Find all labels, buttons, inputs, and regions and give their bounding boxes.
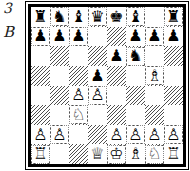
square-e2: ♙ [107,125,126,145]
square-f2: ♙ [126,125,145,145]
square-d2 [88,125,107,145]
piece-black-pawn: ♟ [32,28,49,45]
square-g7: ♟ [145,27,164,47]
square-g3 [145,105,164,125]
square-c8: ♝ [69,7,88,27]
square-e8: ♚ [107,7,126,27]
piece-white-pawn: ♙ [89,87,106,104]
square-f5 [126,66,145,86]
square-h3 [164,105,183,125]
piece-white-pawn: ♙ [127,126,144,143]
square-e1: ♔ [107,144,126,164]
square-b3 [50,105,69,125]
square-d1: ♕ [88,144,107,164]
square-h1: ♖ [164,144,183,164]
piece-black-bishop: ♝ [70,8,87,25]
piece-white-queen: ♕ [89,146,106,163]
square-c6 [69,46,88,66]
piece-black-pawn: ♟ [108,48,125,65]
square-a1: ♖ [31,144,50,164]
piece-black-pawn: ♟ [165,28,182,45]
piece-black-pawn: ♟ [89,67,106,84]
square-b8: ♞ [50,7,69,27]
square-d8: ♛ [88,7,107,27]
piece-black-knight: ♞ [51,8,68,25]
square-d3 [88,105,107,125]
piece-white-rook: ♖ [165,146,182,163]
piece-white-knight: ♘ [70,106,87,123]
square-c1 [69,144,88,164]
square-h6 [164,46,183,66]
square-a3 [31,105,50,125]
square-b5 [50,66,69,86]
square-b4 [50,86,69,106]
diagram-number-label: 3 [3,1,12,15]
square-a5 [31,66,50,86]
piece-black-rook: ♜ [32,8,49,25]
square-h8: ♜ [164,7,183,27]
square-f7: ♟ [126,27,145,47]
side-to-move-label: B [3,25,14,40]
square-d7 [88,27,107,47]
piece-black-queen: ♛ [89,8,106,25]
square-b2: ♙ [50,125,69,145]
piece-black-bishop: ♝ [127,8,144,25]
square-h4 [164,86,183,106]
piece-white-bishop: ♗ [127,146,144,163]
book-page: 3 B ♜♞♝♛♚♝♜♟♟♟♟♟♟♟♞♟♗♙♙♘♙♙♙♙♙♙♖♕♔♗♘♖ [0,0,190,171]
square-h2: ♙ [164,125,183,145]
square-a4 [31,86,50,106]
square-e5 [107,66,126,86]
chess-board-grid: ♜♞♝♛♚♝♜♟♟♟♟♟♟♟♞♟♗♙♙♘♙♙♙♙♙♙♖♕♔♗♘♖ [31,7,183,164]
chess-board: ♜♞♝♛♚♝♜♟♟♟♟♟♟♟♞♟♗♙♙♘♙♙♙♙♙♙♖♕♔♗♘♖ [28,4,186,167]
square-a2: ♙ [31,125,50,145]
square-f3 [126,105,145,125]
square-b7: ♟ [50,27,69,47]
piece-white-pawn: ♙ [70,87,87,104]
square-h7: ♟ [164,27,183,47]
square-b6 [50,46,69,66]
square-e3 [107,105,126,125]
piece-white-bishop: ♗ [146,67,163,84]
square-c4: ♙ [69,86,88,106]
square-f4 [126,86,145,106]
square-c5 [69,66,88,86]
square-g1: ♘ [145,144,164,164]
chess-board-frame: ♜♞♝♛♚♝♜♟♟♟♟♟♟♟♞♟♗♙♙♘♙♙♙♙♙♙♖♕♔♗♘♖ [25,1,189,170]
square-g2: ♙ [145,125,164,145]
square-d5: ♟ [88,66,107,86]
piece-white-king: ♔ [108,146,125,163]
piece-black-rook: ♜ [165,8,182,25]
square-d6 [88,46,107,66]
piece-black-pawn: ♟ [70,28,87,45]
square-h5 [164,66,183,86]
piece-black-pawn: ♟ [127,28,144,45]
piece-white-rook: ♖ [32,146,49,163]
piece-white-pawn: ♙ [32,126,49,143]
square-a6 [31,46,50,66]
square-f6: ♞ [126,46,145,66]
square-g4 [145,86,164,106]
square-b1 [50,144,69,164]
piece-white-pawn: ♙ [146,126,163,143]
square-f1: ♗ [126,144,145,164]
square-g6 [145,46,164,66]
square-g5: ♗ [145,66,164,86]
square-c7: ♟ [69,27,88,47]
square-e7 [107,27,126,47]
square-a7: ♟ [31,27,50,47]
piece-black-pawn: ♟ [51,28,68,45]
square-c2 [69,125,88,145]
square-a8: ♜ [31,7,50,27]
square-c3: ♘ [69,105,88,125]
square-e4 [107,86,126,106]
piece-white-pawn: ♙ [108,126,125,143]
piece-black-pawn: ♟ [146,28,163,45]
square-g8 [145,7,164,27]
square-e6: ♟ [107,46,126,66]
piece-black-knight: ♞ [127,48,144,65]
piece-white-pawn: ♙ [165,126,182,143]
piece-white-pawn: ♙ [51,126,68,143]
piece-black-king: ♚ [108,8,125,25]
square-f8: ♝ [126,7,145,27]
piece-white-knight: ♘ [146,146,163,163]
square-d4: ♙ [88,86,107,106]
